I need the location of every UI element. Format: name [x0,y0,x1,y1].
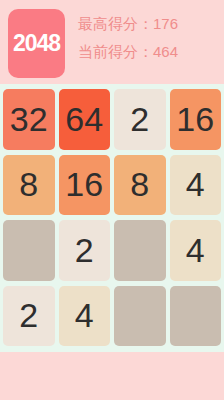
current-score: 当前得分：464 [78,38,178,66]
empty-cell [114,286,166,347]
best-score: 最高得分：176 [78,10,178,38]
tile-64: 64 [59,89,111,150]
empty-cell [114,220,166,281]
current-score-label: 当前得分： [78,43,153,60]
tile-2: 2 [59,220,111,281]
tile-4: 4 [170,220,222,281]
tile-2: 2 [3,286,55,347]
tile-2: 2 [114,89,166,150]
empty-cell [170,286,222,347]
current-score-value: 464 [153,43,178,60]
best-score-value: 176 [153,15,178,32]
score-panel: 最高得分：176 当前得分：464 [78,10,178,66]
board-grid[interactable]: 3264216816842424 [0,84,224,352]
empty-cell [3,220,55,281]
game-logo: 2048 [8,9,65,78]
footer-area [0,352,224,400]
tile-8: 8 [114,155,166,216]
app-screen: 2048 最高得分：176 当前得分：464 3264216816842424 [0,0,224,400]
tile-4: 4 [59,286,111,347]
tile-4: 4 [170,155,222,216]
tile-16: 16 [170,89,222,150]
best-score-label: 最高得分： [78,15,153,32]
header: 2048 最高得分：176 当前得分：464 [0,0,224,84]
tile-16: 16 [59,155,111,216]
tile-8: 8 [3,155,55,216]
tile-32: 32 [3,89,55,150]
